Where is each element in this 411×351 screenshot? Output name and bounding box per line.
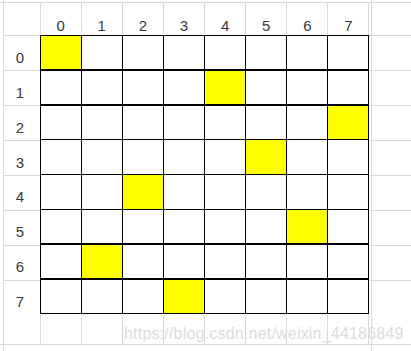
board-cell xyxy=(287,175,327,208)
board-cell xyxy=(205,280,245,313)
board-cell xyxy=(287,140,327,173)
board-cell xyxy=(205,175,245,208)
gridline-right xyxy=(371,0,372,351)
row-label: 3 xyxy=(0,140,40,175)
queen-cell xyxy=(205,71,245,104)
col-label: 2 xyxy=(122,0,163,35)
col-label: 4 xyxy=(205,0,246,35)
board-cell xyxy=(205,36,245,69)
board-cell xyxy=(287,106,327,139)
board-cell xyxy=(164,210,204,243)
board-cell xyxy=(82,36,122,69)
board-cell xyxy=(328,140,368,173)
row-label: 7 xyxy=(0,279,40,314)
board-cell xyxy=(287,245,327,278)
gridlines-right-strip xyxy=(369,35,411,315)
gridline-bottom xyxy=(0,344,411,345)
board-cell xyxy=(123,280,163,313)
col-label: 1 xyxy=(81,0,122,35)
board-cell xyxy=(41,140,81,173)
board-cell xyxy=(82,280,122,313)
board-cell xyxy=(328,280,368,313)
row-label: 5 xyxy=(0,209,40,244)
board-cell xyxy=(164,175,204,208)
queen-cell xyxy=(123,175,163,208)
queen-cell xyxy=(82,245,122,278)
board-cell xyxy=(205,210,245,243)
board-cell xyxy=(41,280,81,313)
board-cell xyxy=(123,245,163,278)
board-cell xyxy=(41,210,81,243)
board-cell xyxy=(328,175,368,208)
board-cell xyxy=(205,140,245,173)
col-label: 0 xyxy=(40,0,81,35)
board-cell xyxy=(41,175,81,208)
board-cell xyxy=(246,245,286,278)
row-label: 0 xyxy=(0,35,40,70)
board-cell xyxy=(328,210,368,243)
board-cell xyxy=(287,36,327,69)
board-cell xyxy=(164,140,204,173)
board-cell xyxy=(123,140,163,173)
row-label: 4 xyxy=(0,175,40,210)
board-cell xyxy=(205,245,245,278)
col-label: 5 xyxy=(246,0,287,35)
row-label: 1 xyxy=(0,70,40,105)
row-label: 2 xyxy=(0,105,40,140)
board-cell xyxy=(123,106,163,139)
board-cell xyxy=(246,280,286,313)
col-label: 6 xyxy=(287,0,328,35)
board-cell xyxy=(328,245,368,278)
column-headers: 01234567 xyxy=(40,0,369,35)
board-cell xyxy=(123,36,163,69)
queen-cell xyxy=(287,210,327,243)
board-cell xyxy=(82,210,122,243)
board-cell xyxy=(82,71,122,104)
board-cell xyxy=(41,245,81,278)
watermark-url: https://blog.csdn.net/weixin_44186849 xyxy=(124,325,404,343)
board-cell xyxy=(246,175,286,208)
board-cell xyxy=(205,106,245,139)
queens-board-grid xyxy=(40,35,369,314)
row-label: 6 xyxy=(0,244,40,279)
board-cell xyxy=(82,140,122,173)
board-cell xyxy=(246,210,286,243)
queen-cell xyxy=(164,280,204,313)
board-cell xyxy=(287,71,327,104)
board-cell xyxy=(164,245,204,278)
board-cell xyxy=(123,71,163,104)
row-headers: 01234567 xyxy=(0,35,40,314)
board-cell xyxy=(82,175,122,208)
spreadsheet-canvas: 01234567 01234567 https://blog.csdn.net/… xyxy=(0,0,411,351)
queen-cell xyxy=(246,140,286,173)
board-cell xyxy=(328,36,368,69)
board-cell xyxy=(287,280,327,313)
board-cell xyxy=(246,106,286,139)
board-cell xyxy=(246,36,286,69)
board-cell xyxy=(41,106,81,139)
board-cell xyxy=(41,71,81,104)
board-cell xyxy=(164,71,204,104)
queen-cell xyxy=(41,36,81,69)
col-label: 3 xyxy=(163,0,204,35)
board-cell xyxy=(164,36,204,69)
board-cell xyxy=(123,210,163,243)
queen-cell xyxy=(328,106,368,139)
board-cell xyxy=(82,106,122,139)
col-label: 7 xyxy=(328,0,369,35)
board-cell xyxy=(164,106,204,139)
board-cell xyxy=(328,71,368,104)
board-cell xyxy=(246,71,286,104)
